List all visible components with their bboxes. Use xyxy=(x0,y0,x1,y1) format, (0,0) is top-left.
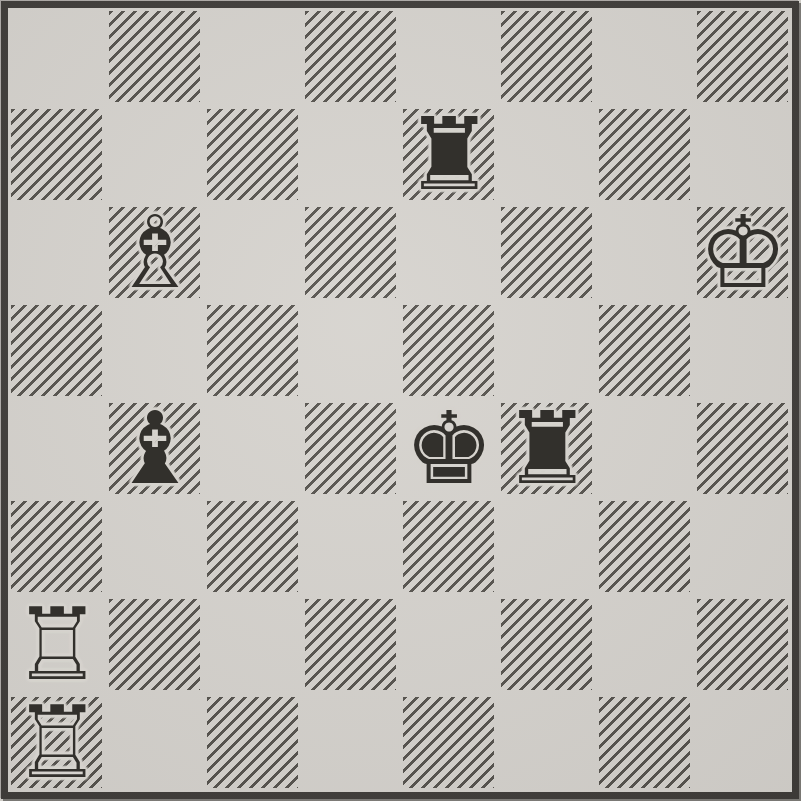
square-b7[interactable] xyxy=(106,106,204,204)
square-b2[interactable] xyxy=(106,596,204,694)
square-f3[interactable] xyxy=(498,498,596,596)
square-h7[interactable] xyxy=(694,106,792,204)
square-a1[interactable]: ♖ xyxy=(8,694,106,792)
chess-board-frame: ♜♗♔♝♚♜♖♖ xyxy=(1,1,799,799)
square-a4[interactable] xyxy=(8,400,106,498)
square-c7[interactable] xyxy=(204,106,302,204)
black-bishop-b4[interactable]: ♝ xyxy=(106,400,204,498)
square-a7[interactable] xyxy=(8,106,106,204)
square-f2[interactable] xyxy=(498,596,596,694)
square-f4[interactable]: ♜ xyxy=(498,400,596,498)
square-d3[interactable] xyxy=(302,498,400,596)
square-f5[interactable] xyxy=(498,302,596,400)
square-d8[interactable] xyxy=(302,8,400,106)
square-a8[interactable] xyxy=(8,8,106,106)
square-e7[interactable]: ♜ xyxy=(400,106,498,204)
white-bishop-b6[interactable]: ♗ xyxy=(106,204,204,302)
black-king-e4[interactable]: ♚ xyxy=(400,400,498,498)
square-h1[interactable] xyxy=(694,694,792,792)
square-b1[interactable] xyxy=(106,694,204,792)
square-g3[interactable] xyxy=(596,498,694,596)
square-g1[interactable] xyxy=(596,694,694,792)
black-rook-f4[interactable]: ♜ xyxy=(498,400,596,498)
chess-board: ♜♗♔♝♚♜♖♖ xyxy=(8,8,792,792)
square-d1[interactable] xyxy=(302,694,400,792)
white-king-h6[interactable]: ♔ xyxy=(694,204,792,302)
square-a6[interactable] xyxy=(8,204,106,302)
square-d5[interactable] xyxy=(302,302,400,400)
square-c1[interactable] xyxy=(204,694,302,792)
square-e2[interactable] xyxy=(400,596,498,694)
square-e8[interactable] xyxy=(400,8,498,106)
square-d7[interactable] xyxy=(302,106,400,204)
white-rook-a2[interactable]: ♖ xyxy=(8,596,106,694)
square-g6[interactable] xyxy=(596,204,694,302)
square-b3[interactable] xyxy=(106,498,204,596)
square-g7[interactable] xyxy=(596,106,694,204)
square-f8[interactable] xyxy=(498,8,596,106)
square-a3[interactable] xyxy=(8,498,106,596)
square-d4[interactable] xyxy=(302,400,400,498)
square-e3[interactable] xyxy=(400,498,498,596)
square-g4[interactable] xyxy=(596,400,694,498)
square-f6[interactable] xyxy=(498,204,596,302)
square-g8[interactable] xyxy=(596,8,694,106)
square-b5[interactable] xyxy=(106,302,204,400)
square-a5[interactable] xyxy=(8,302,106,400)
square-c6[interactable] xyxy=(204,204,302,302)
square-h6[interactable]: ♔ xyxy=(694,204,792,302)
square-f7[interactable] xyxy=(498,106,596,204)
square-h8[interactable] xyxy=(694,8,792,106)
square-b4[interactable]: ♝ xyxy=(106,400,204,498)
square-h2[interactable] xyxy=(694,596,792,694)
square-h4[interactable] xyxy=(694,400,792,498)
square-h5[interactable] xyxy=(694,302,792,400)
scanned-diagram-page: ♜♗♔♝♚♜♖♖ xyxy=(0,0,801,801)
square-e1[interactable] xyxy=(400,694,498,792)
square-c2[interactable] xyxy=(204,596,302,694)
square-e5[interactable] xyxy=(400,302,498,400)
square-h3[interactable] xyxy=(694,498,792,596)
square-g5[interactable] xyxy=(596,302,694,400)
black-rook-e7[interactable]: ♜ xyxy=(400,106,498,204)
square-f1[interactable] xyxy=(498,694,596,792)
square-b8[interactable] xyxy=(106,8,204,106)
square-g2[interactable] xyxy=(596,596,694,694)
square-c4[interactable] xyxy=(204,400,302,498)
white-rook-a1[interactable]: ♖ xyxy=(8,694,106,792)
square-c8[interactable] xyxy=(204,8,302,106)
square-b6[interactable]: ♗ xyxy=(106,204,204,302)
square-c3[interactable] xyxy=(204,498,302,596)
square-a2[interactable]: ♖ xyxy=(8,596,106,694)
square-d6[interactable] xyxy=(302,204,400,302)
square-d2[interactable] xyxy=(302,596,400,694)
square-e4[interactable]: ♚ xyxy=(400,400,498,498)
square-c5[interactable] xyxy=(204,302,302,400)
square-e6[interactable] xyxy=(400,204,498,302)
